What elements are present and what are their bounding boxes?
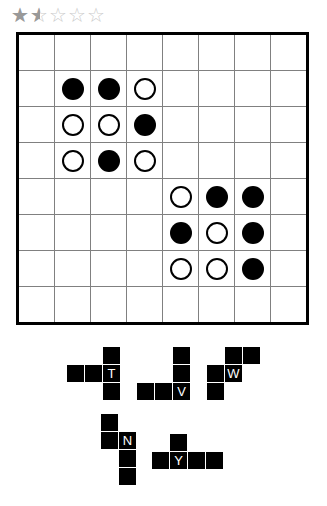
star-empty-icon: ☆★: [68, 5, 87, 26]
pentomino-cell: [170, 434, 187, 451]
board-cell[interactable]: [235, 143, 270, 178]
black-circle-clue: [98, 78, 120, 100]
board-cell[interactable]: [127, 287, 162, 322]
black-circle-clue: [242, 222, 264, 244]
black-circle-clue: [242, 186, 264, 208]
board-cell[interactable]: [199, 35, 234, 70]
board-cell[interactable]: [91, 215, 126, 250]
board-cell[interactable]: [199, 71, 234, 106]
star-full-icon: ☆★: [11, 5, 30, 26]
difficulty-rating: ☆★☆★☆★☆★☆★: [11, 5, 106, 26]
white-circle-clue: [62, 114, 84, 136]
board-cell[interactable]: [163, 71, 198, 106]
black-circle-clue: [242, 258, 264, 280]
pentomino-Y: Y: [152, 434, 223, 469]
board-cell[interactable]: [55, 215, 90, 250]
board-cell[interactable]: [127, 71, 162, 106]
board-cell[interactable]: [91, 287, 126, 322]
board-cell[interactable]: [55, 287, 90, 322]
pentomino-cell: [103, 347, 120, 364]
pentomino-cell: [119, 450, 136, 467]
star-half-icon: ☆★: [30, 5, 49, 26]
board-cell[interactable]: [91, 251, 126, 286]
pentomino-cell: [101, 432, 118, 449]
white-circle-clue: [98, 114, 120, 136]
board-cell[interactable]: [235, 107, 270, 142]
board-cell[interactable]: [19, 107, 54, 142]
board-cell[interactable]: [235, 287, 270, 322]
pentomino-V: V: [137, 347, 190, 400]
pentomino-cell: Y: [170, 452, 187, 469]
pentomino-cell: [85, 365, 102, 382]
board-cell[interactable]: [271, 251, 306, 286]
board-cell[interactable]: [163, 143, 198, 178]
board-cell[interactable]: [199, 251, 234, 286]
board-cell[interactable]: [127, 215, 162, 250]
pentomino-cell: [152, 452, 169, 469]
board-cell[interactable]: [235, 35, 270, 70]
pentomino-cell: [173, 347, 190, 364]
pentomino-cell: [119, 468, 136, 485]
pentomino-cell: W: [225, 365, 242, 382]
board-cell[interactable]: [163, 179, 198, 214]
board-cell[interactable]: [127, 179, 162, 214]
pentomino-cell: [243, 347, 260, 364]
board-cell[interactable]: [19, 143, 54, 178]
board-cell[interactable]: [55, 35, 90, 70]
board-cell[interactable]: [19, 71, 54, 106]
pentomino-cell: [207, 383, 224, 400]
board-cell[interactable]: [19, 251, 54, 286]
board-cell[interactable]: [163, 215, 198, 250]
board-cell[interactable]: [127, 251, 162, 286]
pentomino-cell: V: [173, 383, 190, 400]
white-circle-clue: [170, 258, 192, 280]
board-cell[interactable]: [271, 287, 306, 322]
board-cell[interactable]: [163, 287, 198, 322]
pentomino-label: V: [177, 383, 186, 400]
pentomino-cell: T: [103, 365, 120, 382]
pentomino-cell: [225, 347, 242, 364]
pentomino-cell: [173, 365, 190, 382]
board-cell[interactable]: [271, 215, 306, 250]
black-circle-clue: [62, 78, 84, 100]
pentomino-cell: [207, 365, 224, 382]
board-cell[interactable]: [55, 71, 90, 106]
pentomino-cell: [188, 452, 205, 469]
board-cell[interactable]: [91, 107, 126, 142]
board-cell[interactable]: [199, 143, 234, 178]
board-cell[interactable]: [163, 107, 198, 142]
board-cell[interactable]: [91, 179, 126, 214]
board-cell[interactable]: [55, 251, 90, 286]
board-cell[interactable]: [55, 107, 90, 142]
board-cell[interactable]: [199, 107, 234, 142]
board-cell[interactable]: [19, 179, 54, 214]
black-circle-clue: [134, 114, 156, 136]
star-empty-icon: ☆★: [49, 5, 68, 26]
pentomino-label: N: [123, 432, 132, 449]
board-cell[interactable]: [199, 287, 234, 322]
pentomino-T: T: [67, 347, 120, 400]
pentomino-cell: [155, 383, 172, 400]
pentomino-cell: [67, 365, 84, 382]
board-cell[interactable]: [55, 143, 90, 178]
board-cell[interactable]: [235, 251, 270, 286]
board-cell[interactable]: [199, 215, 234, 250]
board-cell[interactable]: [271, 71, 306, 106]
board-cell[interactable]: [271, 35, 306, 70]
pentomino-cell: [137, 383, 154, 400]
white-circle-clue: [206, 258, 228, 280]
board-cell[interactable]: [235, 71, 270, 106]
black-circle-clue: [170, 222, 192, 244]
pentomino-cell: [206, 452, 223, 469]
white-circle-clue: [134, 150, 156, 172]
pentomino-cell: [101, 414, 118, 431]
board-cell[interactable]: [127, 143, 162, 178]
pentomino-label: W: [227, 365, 239, 382]
puzzle-board: [16, 32, 309, 325]
star-empty-icon: ☆★: [87, 5, 106, 26]
board-cell[interactable]: [91, 143, 126, 178]
pentomino-cell: N: [119, 432, 136, 449]
white-circle-clue: [206, 222, 228, 244]
board-cell[interactable]: [235, 215, 270, 250]
pentomino-label: T: [108, 365, 116, 382]
board-cell[interactable]: [271, 143, 306, 178]
board-cell[interactable]: [163, 251, 198, 286]
board-cell[interactable]: [91, 71, 126, 106]
pentomino-label: Y: [174, 452, 183, 469]
white-circle-clue: [62, 150, 84, 172]
board-cell[interactable]: [127, 107, 162, 142]
pentomino-N: N: [101, 414, 136, 485]
pentomino-cell: [103, 383, 120, 400]
board-cell[interactable]: [19, 287, 54, 322]
board-cell[interactable]: [19, 35, 54, 70]
board-cell[interactable]: [127, 35, 162, 70]
board-cell[interactable]: [271, 179, 306, 214]
board-cell[interactable]: [55, 179, 90, 214]
board-cell[interactable]: [19, 215, 54, 250]
board-cell[interactable]: [235, 179, 270, 214]
board-cell[interactable]: [163, 35, 198, 70]
black-circle-clue: [206, 186, 228, 208]
white-circle-clue: [170, 186, 192, 208]
white-circle-clue: [134, 78, 156, 100]
board-cell[interactable]: [271, 107, 306, 142]
board-cell[interactable]: [91, 35, 126, 70]
black-circle-clue: [98, 150, 120, 172]
pentomino-W: W: [207, 347, 260, 400]
board-cell[interactable]: [199, 179, 234, 214]
